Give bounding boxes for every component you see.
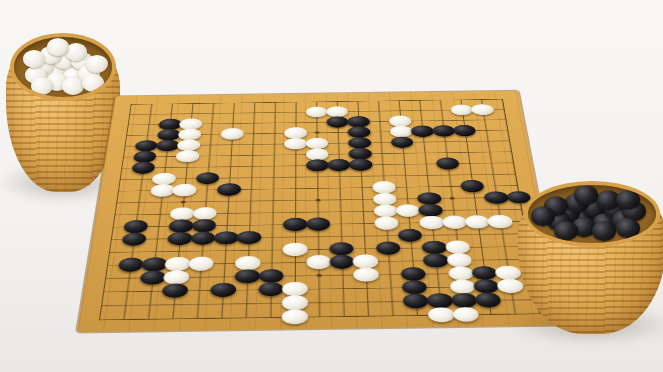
- white-stone[interactable]: [445, 240, 471, 254]
- black-stone[interactable]: [156, 140, 180, 152]
- black-stone[interactable]: [402, 294, 429, 309]
- black-stone-in-bowl[interactable]: [554, 221, 578, 241]
- star-point: [316, 274, 321, 277]
- white-stone[interactable]: [471, 104, 495, 115]
- black-stone[interactable]: [217, 183, 241, 196]
- white-stone[interactable]: [442, 216, 468, 229]
- white-stone[interactable]: [282, 295, 308, 310]
- white-stone[interactable]: [165, 257, 191, 271]
- black-stone[interactable]: [473, 279, 500, 294]
- white-stone[interactable]: [487, 215, 513, 228]
- star-point: [314, 132, 319, 134]
- black-stone[interactable]: [375, 241, 400, 255]
- black-stone[interactable]: [329, 255, 354, 269]
- white-stone[interactable]: [152, 173, 176, 185]
- black-stone[interactable]: [391, 136, 414, 148]
- white-stone[interactable]: [353, 254, 378, 268]
- black-stone[interactable]: [422, 241, 448, 255]
- black-stone[interactable]: [411, 126, 434, 137]
- white-stone[interactable]: [428, 307, 455, 322]
- black-stone[interactable]: [191, 231, 216, 245]
- black-stone[interactable]: [435, 158, 459, 170]
- white-stone[interactable]: [452, 307, 480, 322]
- board-grid[interactable]: [99, 99, 540, 320]
- white-stone[interactable]: [306, 106, 328, 117]
- black-stone[interactable]: [214, 231, 239, 245]
- white-stone[interactable]: [176, 150, 200, 162]
- black-stone[interactable]: [418, 204, 443, 217]
- black-stone[interactable]: [450, 293, 477, 308]
- black-stone[interactable]: [474, 293, 502, 308]
- black-stone[interactable]: [141, 257, 167, 271]
- white-stone[interactable]: [282, 282, 307, 297]
- white-stone[interactable]: [188, 257, 214, 271]
- black-stone[interactable]: [162, 283, 189, 298]
- white-stone[interactable]: [372, 181, 396, 194]
- black-stone[interactable]: [118, 258, 145, 272]
- white-stone[interactable]: [396, 204, 421, 217]
- go-game-photo: [0, 0, 663, 372]
- black-stone[interactable]: [432, 125, 456, 136]
- black-stone[interactable]: [417, 192, 442, 205]
- white-stone[interactable]: [306, 148, 329, 160]
- black-stone[interactable]: [210, 283, 236, 298]
- white-stone[interactable]: [374, 216, 399, 229]
- black-stone[interactable]: [484, 191, 510, 204]
- black-stone[interactable]: [196, 172, 220, 184]
- black-stone[interactable]: [426, 293, 453, 308]
- white-stone[interactable]: [282, 309, 308, 324]
- black-stone[interactable]: [329, 242, 354, 256]
- black-stone[interactable]: [123, 220, 149, 233]
- black-stone[interactable]: [471, 266, 498, 280]
- white-stone[interactable]: [373, 204, 398, 217]
- black-stone-in-bowl[interactable]: [616, 190, 640, 210]
- white-stone[interactable]: [170, 207, 195, 220]
- black-stone[interactable]: [423, 253, 449, 267]
- black-stone[interactable]: [460, 180, 485, 193]
- white-stone[interactable]: [283, 243, 308, 257]
- black-stone[interactable]: [397, 228, 422, 242]
- black-stone[interactable]: [259, 269, 284, 283]
- white-stone[interactable]: [446, 253, 472, 267]
- white-stone[interactable]: [449, 279, 476, 294]
- white-stone[interactable]: [306, 255, 331, 269]
- white-stone[interactable]: [353, 267, 379, 281]
- black-stone[interactable]: [167, 232, 193, 246]
- white-stone[interactable]: [447, 266, 474, 280]
- black-stone[interactable]: [349, 159, 373, 171]
- bowl-opening-black: [528, 185, 655, 243]
- black-stone[interactable]: [237, 231, 262, 245]
- black-stone[interactable]: [306, 217, 330, 230]
- black-stone[interactable]: [326, 116, 348, 127]
- white-stone[interactable]: [235, 256, 260, 270]
- black-stone-in-bowl[interactable]: [592, 222, 616, 242]
- white-stone[interactable]: [150, 184, 175, 197]
- black-stone[interactable]: [401, 280, 427, 295]
- black-stone-in-bowl[interactable]: [531, 206, 555, 226]
- white-stone[interactable]: [193, 207, 218, 220]
- star-point: [181, 200, 186, 203]
- white-stone[interactable]: [172, 184, 197, 197]
- black-stone[interactable]: [169, 219, 194, 232]
- white-stone[interactable]: [163, 270, 189, 284]
- white-stone[interactable]: [419, 216, 444, 229]
- black-stone[interactable]: [453, 125, 477, 136]
- black-stone[interactable]: [121, 232, 147, 246]
- black-stone[interactable]: [192, 219, 217, 232]
- black-stone-bowl[interactable]: [518, 182, 663, 334]
- black-stone[interactable]: [235, 269, 261, 283]
- white-stone[interactable]: [450, 104, 473, 115]
- white-stone[interactable]: [284, 138, 307, 150]
- black-stone[interactable]: [400, 267, 426, 281]
- white-stone[interactable]: [464, 215, 490, 228]
- black-stone[interactable]: [258, 282, 284, 297]
- black-stone[interactable]: [283, 218, 307, 231]
- white-stone[interactable]: [373, 193, 397, 206]
- black-stone[interactable]: [131, 162, 155, 174]
- black-stone-in-bowl[interactable]: [574, 186, 598, 206]
- black-stone[interactable]: [140, 270, 167, 284]
- black-stone[interactable]: [327, 159, 350, 171]
- go-board[interactable]: [77, 91, 562, 332]
- star-point: [449, 197, 454, 200]
- white-stone[interactable]: [221, 128, 244, 140]
- star-point: [315, 199, 320, 202]
- black-stone[interactable]: [306, 159, 329, 171]
